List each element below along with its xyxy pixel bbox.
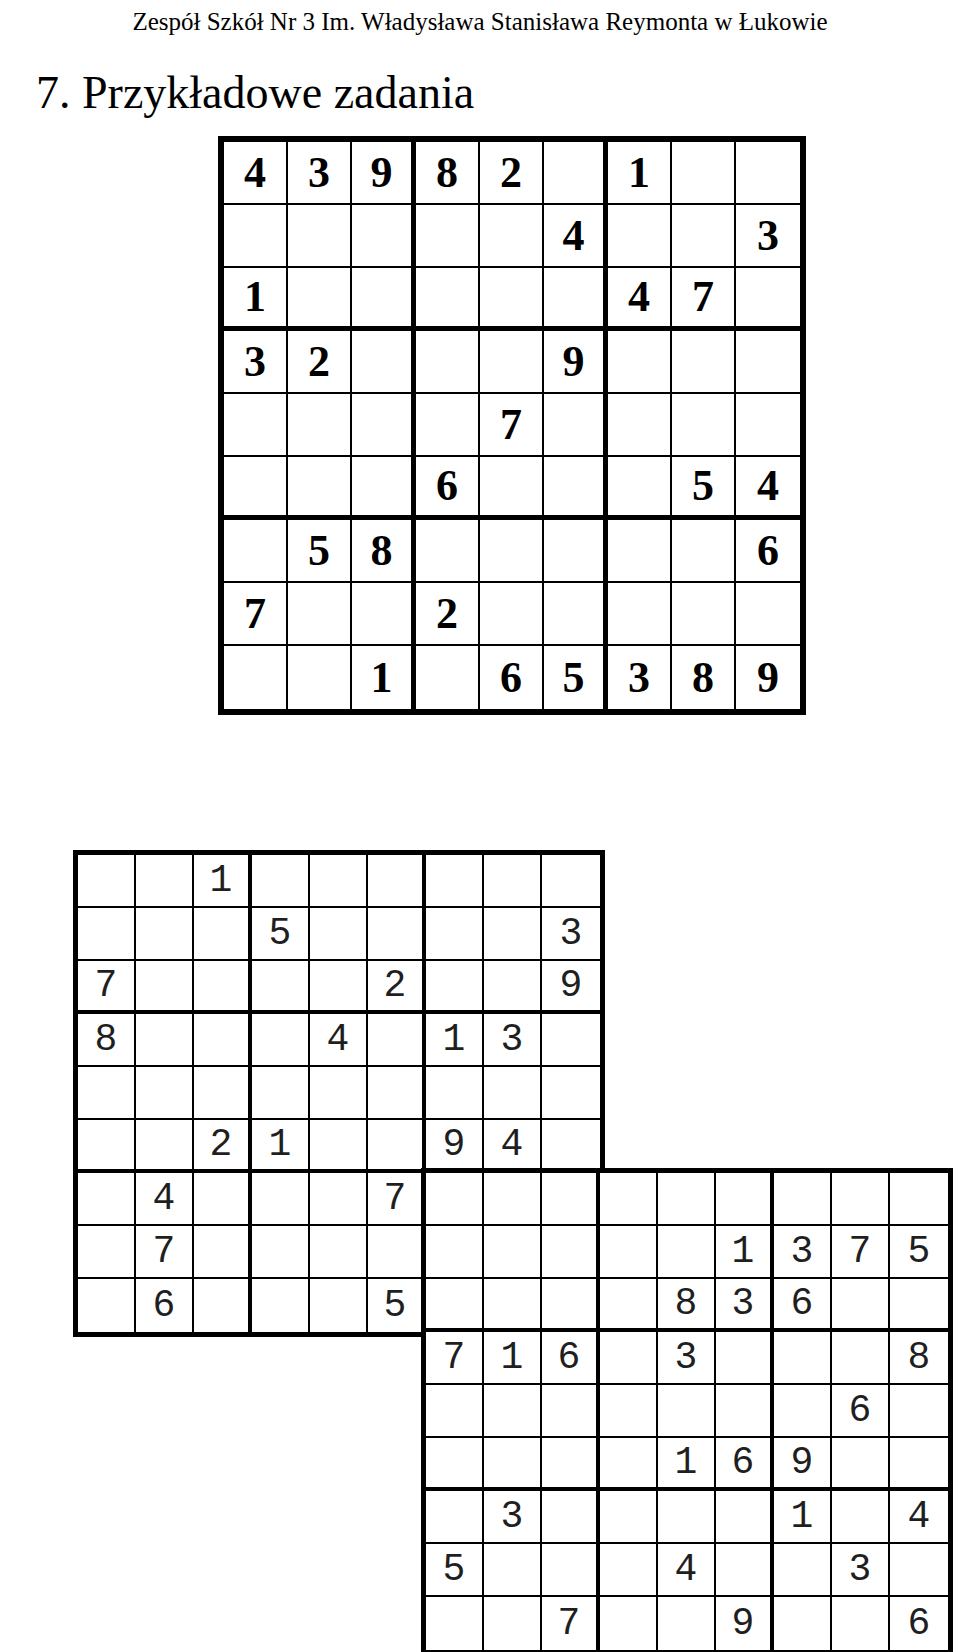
twin-b-cell-r3c5: 8: [658, 1279, 716, 1332]
twin-b-cell-r9c4: [600, 1597, 658, 1650]
classic-cell-r7c3: 8: [352, 520, 416, 583]
classic-cell-r2c2: [288, 205, 352, 268]
twin-b-cell-r2c1: [426, 1226, 484, 1279]
classic-cell-r2c6: 4: [544, 205, 608, 268]
twin-a-cell-r5c6: [368, 1067, 426, 1120]
twin-a-cell-r3c1: 7: [78, 961, 136, 1014]
classic-cell-r4c3: [352, 331, 416, 394]
twin-b-cell-r5c6: [716, 1385, 774, 1438]
twin-b-cell-r2c8: 7: [832, 1226, 890, 1279]
twin-b-cell-r3c3: [542, 1279, 600, 1332]
classic-cell-r3c7: 4: [608, 268, 672, 331]
classic-cell-r8c4: 2: [416, 583, 480, 646]
twin-b-cell-r4c4: [600, 1332, 658, 1385]
twin-a-cell-r6c7: 9: [426, 1120, 484, 1173]
classic-cell-r2c7: [608, 205, 672, 268]
twin-b-cell-r8c4: [600, 1544, 658, 1597]
classic-cell-r3c5: [480, 268, 544, 331]
twin-b-cell-r8c5: 4: [658, 1544, 716, 1597]
classic-cell-r8c3: [352, 583, 416, 646]
classic-cell-r1c5: 2: [480, 142, 544, 205]
twin-b-cell-r9c5: [658, 1597, 716, 1650]
twin-b-cell-r2c5: [658, 1226, 716, 1279]
twin-a-cell-r9c5: [310, 1279, 368, 1332]
classic-cell-r2c9: 3: [736, 205, 800, 268]
twin-a-cell-r7c6: 7: [368, 1173, 426, 1226]
twin-b-cell-r9c7: [774, 1597, 832, 1650]
classic-cell-r7c6: [544, 520, 608, 583]
twin-a-cell-r7c1: [78, 1173, 136, 1226]
page-title: 7. Przykładowe zadania: [36, 66, 474, 119]
twin-a-cell-r8c6: [368, 1226, 426, 1279]
twin-b-cell-r8c3: [542, 1544, 600, 1597]
twin-b-cell-r8c6: [716, 1544, 774, 1597]
classic-cell-r4c4: [416, 331, 480, 394]
twin-b-cell-r4c5: 3: [658, 1332, 716, 1385]
classic-cell-r9c2: [288, 646, 352, 709]
twin-b-cell-r5c8: 6: [832, 1385, 890, 1438]
twin-b-cell-r8c8: 3: [832, 1544, 890, 1597]
classic-cell-r7c1: [224, 520, 288, 583]
twin-b-cell-r5c9: [890, 1385, 948, 1438]
twin-b-cell-r7c9: 4: [890, 1491, 948, 1544]
classic-cell-r1c7: 1: [608, 142, 672, 205]
classic-cell-r6c9: 4: [736, 457, 800, 520]
twin-a-cell-r1c2: [136, 855, 194, 908]
classic-cell-r8c9: [736, 583, 800, 646]
twin-a-cell-r4c6: [368, 1014, 426, 1067]
classic-cell-r5c5: 7: [480, 394, 544, 457]
twin-b-cell-r7c7: 1: [774, 1491, 832, 1544]
classic-cell-r2c4: [416, 205, 480, 268]
classic-cell-r6c2: [288, 457, 352, 520]
twin-a-cell-r6c3: 2: [194, 1120, 252, 1173]
twin-a-cell-r3c4: [252, 961, 310, 1014]
twin-b-cell-r1c7: [774, 1173, 832, 1226]
classic-cell-r7c7: [608, 520, 672, 583]
twin-a-cell-r4c5: 4: [310, 1014, 368, 1067]
twin-a-cell-r5c1: [78, 1067, 136, 1120]
classic-cell-r4c2: 2: [288, 331, 352, 394]
twin-a-cell-r3c3: [194, 961, 252, 1014]
twin-a-cell-r9c6: 5: [368, 1279, 426, 1332]
classic-cell-r6c1: [224, 457, 288, 520]
twin-b-cell-r3c4: [600, 1279, 658, 1332]
twin-b-cell-r7c6: [716, 1491, 774, 1544]
twin-b-cell-r5c5: [658, 1385, 716, 1438]
twin-b-cell-r8c9: [890, 1544, 948, 1597]
classic-cell-r5c3: [352, 394, 416, 457]
twin-b-cell-r9c2: [484, 1597, 542, 1650]
classic-cell-r4c1: 3: [224, 331, 288, 394]
twin-b-cell-r6c4: [600, 1438, 658, 1491]
twin-a-cell-r3c7: [426, 961, 484, 1014]
twin-b-cell-r9c1: [426, 1597, 484, 1650]
classic-cell-r9c3: 1: [352, 646, 416, 709]
classic-cell-r1c6: [544, 142, 608, 205]
classic-cell-r9c7: 3: [608, 646, 672, 709]
classic-cell-r7c8: [672, 520, 736, 583]
twin-b-cell-r9c8: [832, 1597, 890, 1650]
twin-b-cell-r5c2: [484, 1385, 542, 1438]
twin-b-cell-r1c1: [426, 1173, 484, 1226]
classic-cell-r1c1: 4: [224, 142, 288, 205]
twin-a-cell-r3c2: [136, 961, 194, 1014]
twin-a-cell-r4c1: 8: [78, 1014, 136, 1067]
twin-b-cell-r7c5: [658, 1491, 716, 1544]
twin-a-cell-r9c2: 6: [136, 1279, 194, 1332]
twin-b-cell-r1c5: [658, 1173, 716, 1226]
twin-b-cell-r1c2: [484, 1173, 542, 1226]
twin-b-cell-r9c9: 6: [890, 1597, 948, 1650]
classic-cell-r8c6: [544, 583, 608, 646]
classic-cell-r1c9: [736, 142, 800, 205]
classic-cell-r9c5: 6: [480, 646, 544, 709]
twin-a-cell-r5c7: [426, 1067, 484, 1120]
twin-a-cell-r9c1: [78, 1279, 136, 1332]
twin-a-cell-r7c2: 4: [136, 1173, 194, 1226]
twin-b-cell-r6c3: [542, 1438, 600, 1491]
twin-a-cell-r2c6: [368, 908, 426, 961]
classic-cell-r3c3: [352, 268, 416, 331]
classic-cell-r2c5: [480, 205, 544, 268]
classic-cell-r2c8: [672, 205, 736, 268]
classic-cell-r6c4: 6: [416, 457, 480, 520]
twin-b-cell-r7c3: [542, 1491, 600, 1544]
twin-a-cell-r2c4: 5: [252, 908, 310, 961]
twin-a-cell-r1c5: [310, 855, 368, 908]
twin-a-cell-r1c8: [484, 855, 542, 908]
twin-b-cell-r8c2: [484, 1544, 542, 1597]
classic-cell-r7c5: [480, 520, 544, 583]
classic-cell-r6c3: [352, 457, 416, 520]
twin-b-cell-r7c1: [426, 1491, 484, 1544]
classic-cell-r7c2: 5: [288, 520, 352, 583]
twin-a-cell-r2c5: [310, 908, 368, 961]
classic-cell-r8c1: 7: [224, 583, 288, 646]
twin-b-cell-r2c4: [600, 1226, 658, 1279]
twin-b-cell-r2c2: [484, 1226, 542, 1279]
classic-cell-r2c3: [352, 205, 416, 268]
twin-b-cell-r7c8: [832, 1491, 890, 1544]
twin-b-cell-r4c9: 8: [890, 1332, 948, 1385]
twin-a-cell-r8c1: [78, 1226, 136, 1279]
classic-cell-r8c2: [288, 583, 352, 646]
twin-b-cell-r5c7: [774, 1385, 832, 1438]
classic-cell-r3c2: [288, 268, 352, 331]
twin-a-cell-r5c9: [542, 1067, 600, 1120]
twin-a-cell-r3c6: 2: [368, 961, 426, 1014]
twin-a-cell-r4c2: [136, 1014, 194, 1067]
twin-b-cell-r2c7: 3: [774, 1226, 832, 1279]
classic-cell-r8c8: [672, 583, 736, 646]
classic-cell-r6c8: 5: [672, 457, 736, 520]
twin-b-cell-r6c5: 1: [658, 1438, 716, 1491]
twin-b-cell-r6c6: 6: [716, 1438, 774, 1491]
classic-cell-r8c7: [608, 583, 672, 646]
classic-cell-r3c1: 1: [224, 268, 288, 331]
classic-cell-r8c5: [480, 583, 544, 646]
classic-cell-r3c4: [416, 268, 480, 331]
twin-a-cell-r1c7: [426, 855, 484, 908]
twin-a-cell-r4c9: [542, 1014, 600, 1067]
twin-a-cell-r8c4: [252, 1226, 310, 1279]
classic-cell-r5c2: [288, 394, 352, 457]
twin-b-cell-r8c7: [774, 1544, 832, 1597]
classic-cell-r3c9: [736, 268, 800, 331]
classic-cell-r5c4: [416, 394, 480, 457]
classic-cell-r2c1: [224, 205, 288, 268]
twin-b-cell-r2c9: 5: [890, 1226, 948, 1279]
twin-a-cell-r6c6: [368, 1120, 426, 1173]
classic-cell-r1c8: [672, 142, 736, 205]
twin-b-cell-r9c3: 7: [542, 1597, 600, 1650]
classic-cell-r7c4: [416, 520, 480, 583]
classic-cell-r3c8: 7: [672, 268, 736, 331]
twin-b-cell-r1c4: [600, 1173, 658, 1226]
twin-a-cell-r1c3: 1: [194, 855, 252, 908]
twin-b-cell-r6c9: [890, 1438, 948, 1491]
twin-a-cell-r4c7: 1: [426, 1014, 484, 1067]
twin-a-cell-r5c8: [484, 1067, 542, 1120]
twin-a-cell-r6c8: 4: [484, 1120, 542, 1173]
twin-a-cell-r2c9: 3: [542, 908, 600, 961]
twin-a-cell-r2c7: [426, 908, 484, 961]
classic-cell-r5c1: [224, 394, 288, 457]
twin-b-cell-r1c6: [716, 1173, 774, 1226]
twin-a-cell-r6c9: [542, 1120, 600, 1173]
classic-cell-r6c7: [608, 457, 672, 520]
twin-b-cell-r5c1: [426, 1385, 484, 1438]
classic-cell-r1c3: 9: [352, 142, 416, 205]
classic-cell-r4c6: 9: [544, 331, 608, 394]
twin-a-cell-r5c5: [310, 1067, 368, 1120]
twin-b-cell-r6c1: [426, 1438, 484, 1491]
twin-b-cell-r9c6: 9: [716, 1597, 774, 1650]
twin-a-cell-r5c2: [136, 1067, 194, 1120]
twin-a-cell-r6c4: 1: [252, 1120, 310, 1173]
twin-a-cell-r3c8: [484, 961, 542, 1014]
twin-b-cell-r6c7: 9: [774, 1438, 832, 1491]
twin-b-cell-r8c1: 5: [426, 1544, 484, 1597]
classic-cell-r4c5: [480, 331, 544, 394]
classic-cell-r1c4: 8: [416, 142, 480, 205]
classic-cell-r4c9: [736, 331, 800, 394]
twin-b-cell-r5c4: [600, 1385, 658, 1438]
classic-cell-r4c7: [608, 331, 672, 394]
classic-cell-r9c8: 8: [672, 646, 736, 709]
classic-cell-r3c6: [544, 268, 608, 331]
classic-cell-r6c6: [544, 457, 608, 520]
twin-b-cell-r6c8: [832, 1438, 890, 1491]
twin-a-cell-r1c1: [78, 855, 136, 908]
classic-cell-r5c9: [736, 394, 800, 457]
twin-b-cell-r2c3: [542, 1226, 600, 1279]
twin-b-cell-r4c8: [832, 1332, 890, 1385]
twin-b-cell-r1c8: [832, 1173, 890, 1226]
twin-a-cell-r6c2: [136, 1120, 194, 1173]
twin-b-cell-r4c7: [774, 1332, 832, 1385]
twin-b-cell-r7c2: 3: [484, 1491, 542, 1544]
twin-a-cell-r2c8: [484, 908, 542, 961]
twin-a-cell-r1c4: [252, 855, 310, 908]
twin-sudoku-grid-b: 1375836716386169314543796: [421, 1168, 953, 1652]
twin-a-cell-r4c8: 3: [484, 1014, 542, 1067]
twin-a-cell-r6c1: [78, 1120, 136, 1173]
twin-a-cell-r6c5: [310, 1120, 368, 1173]
twin-b-cell-r3c8: [832, 1279, 890, 1332]
twin-b-cell-r3c6: 3: [716, 1279, 774, 1332]
twin-a-cell-r3c5: [310, 961, 368, 1014]
twin-b-cell-r1c3: [542, 1173, 600, 1226]
twin-b-cell-r2c6: 1: [716, 1226, 774, 1279]
twin-b-cell-r1c9: [890, 1173, 948, 1226]
twin-b-cell-r4c3: 6: [542, 1332, 600, 1385]
classic-cell-r9c1: [224, 646, 288, 709]
classic-cell-r9c9: 9: [736, 646, 800, 709]
twin-a-cell-r8c3: [194, 1226, 252, 1279]
twin-b-cell-r7c4: [600, 1491, 658, 1544]
twin-b-cell-r5c3: [542, 1385, 600, 1438]
twin-b-cell-r6c2: [484, 1438, 542, 1491]
classic-cell-r5c7: [608, 394, 672, 457]
classic-cell-r9c4: [416, 646, 480, 709]
classic-cell-r9c6: 5: [544, 646, 608, 709]
classic-cell-r5c8: [672, 394, 736, 457]
twin-b-cell-r3c1: [426, 1279, 484, 1332]
classic-cell-r6c5: [480, 457, 544, 520]
twin-a-cell-r2c1: [78, 908, 136, 961]
classic-cell-r4c8: [672, 331, 736, 394]
twin-a-cell-r4c4: [252, 1014, 310, 1067]
twin-b-cell-r3c9: [890, 1279, 948, 1332]
twin-a-cell-r2c2: [136, 908, 194, 961]
twin-a-cell-r1c9: [542, 855, 600, 908]
classic-cell-r7c9: 6: [736, 520, 800, 583]
twin-a-cell-r7c3: [194, 1173, 252, 1226]
twin-a-cell-r2c3: [194, 908, 252, 961]
twin-a-cell-r4c3: [194, 1014, 252, 1067]
twin-a-cell-r7c4: [252, 1173, 310, 1226]
twin-a-cell-r7c5: [310, 1173, 368, 1226]
classic-cell-r5c6: [544, 394, 608, 457]
twin-b-cell-r4c1: 7: [426, 1332, 484, 1385]
twin-a-cell-r1c6: [368, 855, 426, 908]
twin-a-cell-r3c9: 9: [542, 961, 600, 1014]
twin-a-cell-r8c5: [310, 1226, 368, 1279]
twin-a-cell-r5c4: [252, 1067, 310, 1120]
twin-b-cell-r4c2: 1: [484, 1332, 542, 1385]
classic-cell-r1c2: 3: [288, 142, 352, 205]
twin-a-cell-r5c3: [194, 1067, 252, 1120]
twin-b-cell-r3c2: [484, 1279, 542, 1332]
classic-sudoku-grid: 43982143147329765458672165389: [218, 136, 806, 715]
twin-b-cell-r3c7: 6: [774, 1279, 832, 1332]
twin-a-cell-r9c4: [252, 1279, 310, 1332]
twin-a-cell-r8c2: 7: [136, 1226, 194, 1279]
school-header: Zespół Szkół Nr 3 Im. Władysława Stanisł…: [0, 8, 960, 36]
twin-b-cell-r4c6: [716, 1332, 774, 1385]
twin-a-cell-r9c3: [194, 1279, 252, 1332]
